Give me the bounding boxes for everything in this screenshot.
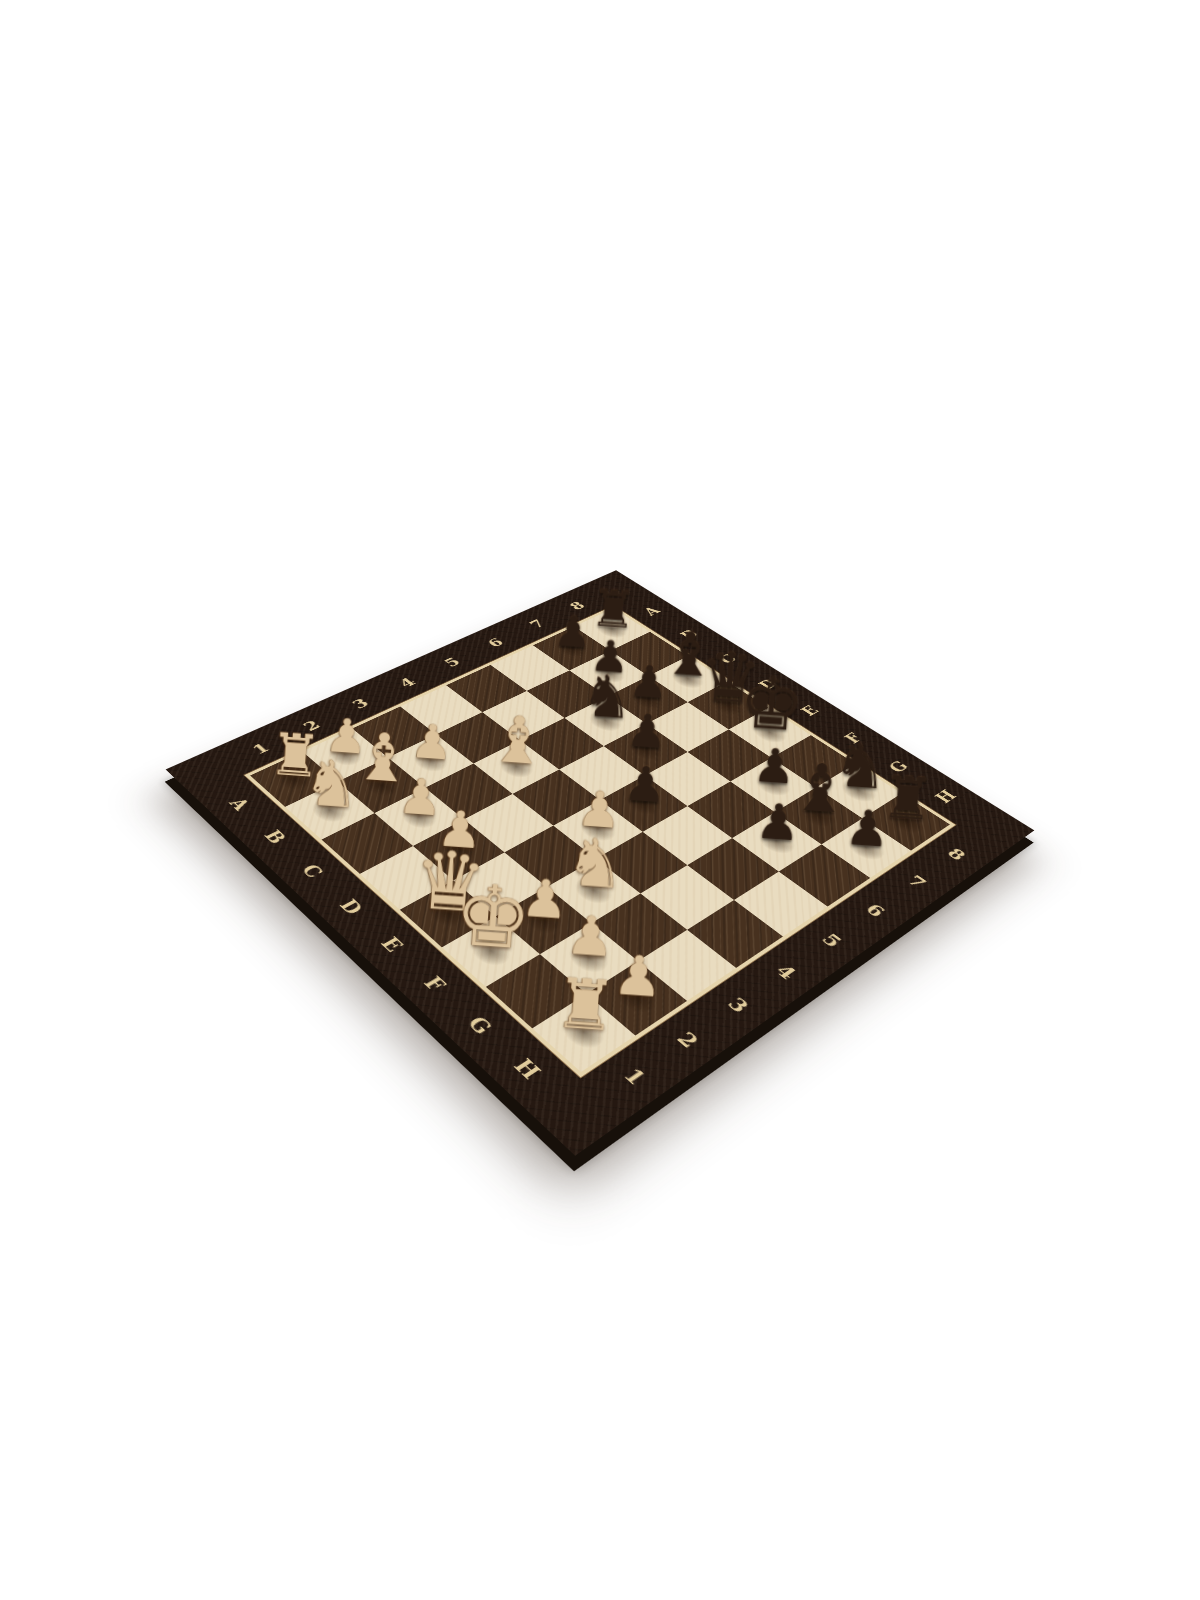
black-pawn-glyph: ♟: [552, 609, 593, 654]
white-pawn-glyph: ♟: [612, 946, 665, 1004]
black-king-glyph: ♚: [737, 666, 806, 742]
white-knight-glyph: ♞: [564, 829, 628, 899]
white-king-glyph: ♚: [452, 872, 534, 962]
pieces-layer: ♜♝♛♚♞♜♟♟♟♟♝♟♞♟♟♟♝♟♟♞♟♝♟♟♟♟♟♜♞♛♚♜: [250, 608, 950, 1072]
white-rook-glyph: ♜: [553, 968, 619, 1040]
black-pawn-glyph: ♟: [625, 706, 669, 755]
chessboard: AA88BB77CC66DD55EE44FF33GG22HH11 ♜♝♛♚♞♜♟…: [165, 570, 1034, 1156]
black-pawn-glyph: ♟: [844, 802, 891, 854]
product-photo-canvas: AA88BB77CC66DD55EE44FF33GG22HH11 ♜♝♛♚♞♜♟…: [0, 0, 1200, 1600]
white-pawn-glyph: ♟: [565, 908, 617, 965]
black-pawn-glyph: ♟: [622, 758, 668, 809]
white-knight-glyph: ♞: [301, 751, 362, 818]
white-pawn-glyph: ♟: [409, 717, 454, 767]
black-rook-glyph: ♜: [589, 582, 638, 635]
white-pawn-glyph: ♟: [397, 771, 444, 823]
black-pawn-glyph: ♟: [755, 796, 802, 848]
white-bishop-glyph: ♝: [487, 706, 549, 774]
